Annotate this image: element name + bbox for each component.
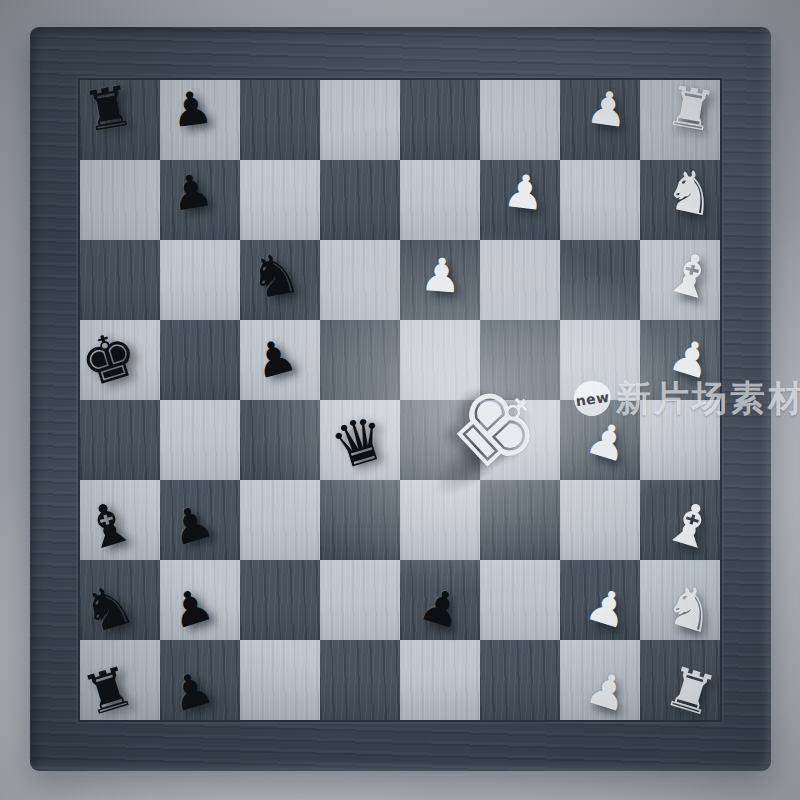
square-b6 xyxy=(240,560,320,640)
black-rook-h8: ♜ xyxy=(80,77,138,140)
square-a2: ♟ xyxy=(560,640,640,720)
black-pawn-e6: ♟ xyxy=(249,331,301,386)
square-h4 xyxy=(400,80,480,160)
black-pawn-h7: ♟ xyxy=(168,83,215,134)
square-g1: ♞ xyxy=(640,160,720,240)
white-pawn-b2: ♟ xyxy=(582,580,635,636)
square-b4: ♟ xyxy=(400,560,480,640)
square-g6 xyxy=(240,160,320,240)
square-c7: ♟ xyxy=(160,480,240,560)
square-d7 xyxy=(160,400,240,480)
white-knight-b1: ♞ xyxy=(658,573,724,642)
square-d8 xyxy=(80,400,160,480)
white-pawn-f4: ♟ xyxy=(419,251,463,300)
square-h7: ♟ xyxy=(160,80,240,160)
square-d6 xyxy=(240,400,320,480)
square-h5 xyxy=(320,80,400,160)
square-g3: ♟ xyxy=(480,160,560,240)
black-rook-a8: ♜ xyxy=(77,658,140,725)
black-queen-d5: ♛ xyxy=(323,404,393,478)
black-knight-f6: ♞ xyxy=(245,243,305,308)
square-b2: ♟ xyxy=(560,560,640,640)
square-b8: ♞ xyxy=(80,560,160,640)
white-pawn-h2: ♟ xyxy=(584,83,631,134)
square-h6 xyxy=(240,80,320,160)
square-c2 xyxy=(560,480,640,560)
square-f3 xyxy=(480,240,560,320)
square-b1: ♞ xyxy=(640,560,720,640)
white-pawn-d2: ♟ xyxy=(582,414,635,470)
stock-photo-chess-scene: ♜♟♟♜♟♟♞♞♟♝♚♟♟♛♟♝♟♝♞♟♟♟♞♜♟♟♜ ♚ new 新片场素材 xyxy=(0,0,800,800)
square-e5 xyxy=(320,320,400,400)
square-c8: ♝ xyxy=(80,480,160,560)
square-b3 xyxy=(480,560,560,640)
square-a5 xyxy=(320,640,400,720)
square-g2 xyxy=(560,160,640,240)
square-b5 xyxy=(320,560,400,640)
watermark-text: 新片场素材 xyxy=(616,381,800,416)
watermark: new 新片场素材 xyxy=(574,381,800,416)
square-a8: ♜ xyxy=(80,640,160,720)
square-f8 xyxy=(80,240,160,320)
square-h8: ♜ xyxy=(80,80,160,160)
square-c1: ♝ xyxy=(640,480,720,560)
square-d5: ♛ xyxy=(320,400,400,480)
white-bishop-f1: ♝ xyxy=(659,241,723,309)
square-g4 xyxy=(400,160,480,240)
square-g5 xyxy=(320,160,400,240)
white-knight-g1: ♞ xyxy=(660,159,722,225)
square-a4 xyxy=(400,640,480,720)
square-a3 xyxy=(480,640,560,720)
black-knight-b8: ♞ xyxy=(76,573,142,642)
white-bishop-c1: ♝ xyxy=(658,490,724,559)
black-pawn-a7: ♟ xyxy=(166,663,219,719)
square-b7: ♟ xyxy=(160,560,240,640)
square-f5 xyxy=(320,240,400,320)
square-g8 xyxy=(80,160,160,240)
white-pawn-g3: ♟ xyxy=(502,167,548,218)
square-e4 xyxy=(400,320,480,400)
square-h1: ♜ xyxy=(640,80,720,160)
square-f1: ♝ xyxy=(640,240,720,320)
square-e7 xyxy=(160,320,240,400)
square-f6: ♞ xyxy=(240,240,320,320)
square-h3 xyxy=(480,80,560,160)
black-pawn-c7: ♟ xyxy=(166,497,219,553)
square-a1: ♜ xyxy=(640,640,720,720)
square-h2: ♟ xyxy=(560,80,640,160)
square-f2 xyxy=(560,240,640,320)
square-c6 xyxy=(240,480,320,560)
square-e6: ♟ xyxy=(240,320,320,400)
watermark-badge-label: new xyxy=(575,388,611,409)
square-e8: ♚ xyxy=(80,320,160,400)
square-c5 xyxy=(320,480,400,560)
square-f7 xyxy=(160,240,240,320)
square-f4: ♟ xyxy=(400,240,480,320)
black-bishop-c8: ♝ xyxy=(76,490,142,559)
square-a7: ♟ xyxy=(160,640,240,720)
black-pawn-g7: ♟ xyxy=(168,166,217,218)
white-pawn-a2: ♟ xyxy=(582,663,635,719)
white-rook-h1: ♜ xyxy=(662,77,720,140)
square-g7: ♟ xyxy=(160,160,240,240)
black-pawn-b7: ♟ xyxy=(166,580,219,636)
square-a6 xyxy=(240,640,320,720)
white-rook-a1: ♜ xyxy=(660,658,723,725)
black-pawn-b4: ♟ xyxy=(415,580,468,636)
black-king-e8: ♚ xyxy=(73,320,145,397)
watermark-new-badge-icon: new xyxy=(572,379,614,419)
